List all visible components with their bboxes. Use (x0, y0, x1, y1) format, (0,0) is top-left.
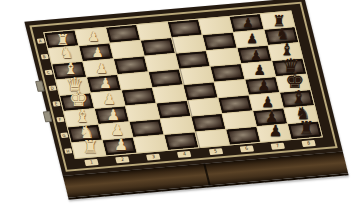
piece-black-pawn: ♟ (254, 64, 266, 77)
square-f3 (126, 104, 160, 121)
board-trim-stripe: ♜♟♟♜♞♟♟♞♝♟♟♝♛♟♟♛♚♟♟♚♝♟♟♝♞♟♟♞♜♟♟♜ 1234567… (29, 2, 337, 172)
square-c3 (114, 57, 148, 74)
square-a5 (168, 20, 202, 37)
square-c5 (176, 51, 210, 68)
square-a2: ♟ (75, 28, 109, 45)
square-b5 (172, 35, 206, 52)
square-c4 (145, 54, 179, 71)
coordinate-label: D (48, 85, 56, 91)
coordinate-label: 6 (239, 145, 253, 152)
square-d7: ♟ (242, 61, 276, 78)
square-g6 (222, 111, 256, 128)
square-b2: ♟ (79, 44, 113, 61)
square-d6 (211, 64, 245, 81)
square-d4 (149, 70, 183, 87)
square-h5 (195, 130, 229, 147)
coordinate-label-slot: 5 (199, 147, 231, 156)
square-a7: ♟ (230, 14, 264, 31)
square-b6 (203, 33, 237, 50)
coordinate-label: 5 (208, 148, 222, 155)
square-f6 (218, 96, 252, 113)
square-a4 (137, 22, 171, 39)
piece-white-pawn: ♟ (114, 139, 128, 153)
square-g3 (130, 119, 164, 136)
coordinate-label-slot: 3 (137, 153, 169, 162)
coordinate-label: 4 (177, 151, 191, 158)
square-e2: ♟ (91, 91, 125, 108)
square-e6 (215, 80, 249, 97)
coordinate-label: B (40, 54, 48, 60)
coordinate-label: 3 (146, 154, 160, 161)
coordinate-label: 7 (270, 143, 284, 150)
piece-black-pawn: ♟ (250, 49, 262, 61)
coordinate-label-slot: 8 (292, 139, 324, 148)
square-e3 (122, 88, 156, 105)
square-d2: ♟ (87, 75, 121, 92)
square-d5 (180, 67, 214, 84)
piece-white-pawn: ♟ (99, 78, 111, 91)
coordinate-label: C (44, 70, 52, 76)
coordinate-label: A (36, 38, 44, 44)
square-h8: ♜ (288, 122, 322, 139)
board-fieldwrap: ♜♟♟♜♞♟♟♞♝♟♟♝♛♟♟♛♚♟♟♚♝♟♟♝♞♟♟♞♜♟♟♜ (43, 11, 323, 159)
square-g4 (161, 117, 195, 134)
scene: ♜♟♟♜♞♟♟♞♝♟♟♝♛♟♟♛♚♟♟♚♝♟♟♝♞♟♟♞♜♟♟♜ 1234567… (0, 0, 360, 205)
square-b4 (141, 38, 175, 55)
board-border: ♜♟♟♜♞♟♟♞♝♟♟♝♛♟♟♛♚♟♟♚♝♟♟♝♞♟♟♞♜♟♟♜ 1234567… (32, 4, 335, 170)
square-h1: ♜ (72, 141, 106, 158)
coordinate-label: 1 (84, 159, 98, 166)
coordinate-label: G (60, 133, 68, 139)
square-b7: ♟ (234, 30, 268, 47)
square-e5 (184, 83, 218, 100)
piece-white-pawn: ♟ (92, 47, 104, 59)
square-f4 (157, 101, 191, 118)
square-h4 (165, 132, 199, 149)
coordinate-label: F (56, 117, 64, 123)
square-c2: ♟ (83, 59, 117, 76)
chess-board: ♜♟♟♜♞♟♟♞♝♟♟♝♛♟♟♛♚♟♟♚♝♟♟♝♞♟♟♞♜♟♟♜ 1234567… (24, 0, 348, 200)
square-c6 (207, 48, 241, 65)
fold-seam-front (203, 164, 210, 186)
square-h3 (134, 135, 168, 152)
square-f5 (188, 98, 222, 115)
square-e7: ♟ (245, 77, 279, 94)
coordinate-label-slot: 1 (75, 158, 107, 167)
square-b3 (110, 41, 144, 58)
square-a6 (199, 17, 233, 34)
square-e4 (153, 85, 187, 102)
square-h2: ♟ (103, 138, 137, 155)
square-h7: ♟ (257, 124, 291, 141)
square-g5 (192, 114, 226, 131)
coordinate-label-slot: 2 (106, 156, 138, 165)
coordinate-label: 8 (301, 140, 315, 147)
piece-white-pawn: ♟ (107, 108, 120, 121)
square-c7: ♟ (238, 46, 272, 63)
piece-white-pawn: ♟ (95, 62, 107, 74)
board-rim: ♜♟♟♜♞♟♟♞♝♟♟♝♛♟♟♛♚♟♟♚♝♟♟♝♞♟♟♞♜♟♟♜ 1234567… (24, 0, 342, 176)
coordinate-label: 2 (115, 156, 129, 163)
coordinate-label-slot: 7 (261, 142, 293, 151)
piece-black-pawn: ♟ (261, 95, 274, 108)
coordinate-label: H (64, 149, 72, 155)
piece-white-pawn: ♟ (103, 93, 116, 106)
piece-black-pawn: ♟ (246, 33, 258, 45)
piece-black-pawn: ♟ (257, 79, 270, 92)
piece-black-rook: ♜ (299, 121, 315, 137)
coordinate-label: E (52, 101, 60, 107)
square-a3 (106, 25, 140, 42)
square-d3 (118, 72, 152, 89)
coordinate-label-slot: 4 (168, 150, 200, 159)
square-h6 (226, 127, 260, 144)
piece-white-pawn: ♟ (88, 31, 100, 43)
piece-white-rook: ♜ (82, 140, 98, 156)
piece-black-pawn: ♟ (242, 18, 254, 30)
piece-black-pawn: ♟ (269, 126, 283, 140)
coordinate-label-slot: 6 (230, 145, 262, 154)
